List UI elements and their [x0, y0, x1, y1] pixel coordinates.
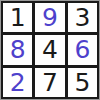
- cell-r1c1[interactable]: 1: [3, 3, 32, 32]
- cell-r3c1[interactable]: 2: [3, 68, 32, 97]
- cell-r2c2[interactable]: 4: [35, 35, 64, 64]
- puzzle-board-frame: 1 9 3 8 4 6 2 7 5: [0, 0, 100, 100]
- number-grid: 1 9 3 8 4 6 2 7 5: [1, 1, 99, 99]
- cell-r1c3[interactable]: 3: [68, 3, 97, 32]
- cell-r3c3[interactable]: 5: [68, 68, 97, 97]
- cell-r2c1[interactable]: 8: [3, 35, 32, 64]
- cell-r2c3[interactable]: 6: [68, 35, 97, 64]
- cell-r1c2[interactable]: 9: [35, 3, 64, 32]
- cell-r3c2[interactable]: 7: [35, 68, 64, 97]
